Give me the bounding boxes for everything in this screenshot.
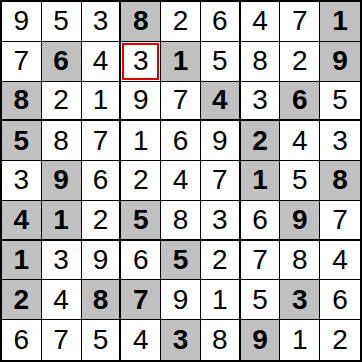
cell-r8c1[interactable]: 2 <box>2 280 42 320</box>
cell-r3c6[interactable]: 4 <box>201 82 241 122</box>
cell-r7c6[interactable]: 2 <box>201 241 241 281</box>
cell-r7c8[interactable]: 8 <box>280 241 320 281</box>
cell-r7c3[interactable]: 9 <box>82 241 122 281</box>
cell-r4c2[interactable]: 8 <box>42 121 82 161</box>
cell-r4c5[interactable]: 6 <box>161 121 201 161</box>
cell-r4c3[interactable]: 7 <box>82 121 122 161</box>
cell-r9c3[interactable]: 5 <box>82 320 122 360</box>
cell-r4c6[interactable]: 9 <box>201 121 241 161</box>
cell-r7c5[interactable]: 5 <box>161 241 201 281</box>
cell-r2c9[interactable]: 9 <box>320 42 360 82</box>
cell-r1c6[interactable]: 6 <box>201 2 241 42</box>
cell-r8c7[interactable]: 5 <box>241 280 281 320</box>
cell-r2c4[interactable]: 3 <box>121 42 161 82</box>
cell-r6c9[interactable]: 7 <box>320 201 360 241</box>
cell-r1c5[interactable]: 2 <box>161 2 201 42</box>
cell-r1c1[interactable]: 9 <box>2 2 42 42</box>
cell-r5c4[interactable]: 2 <box>121 161 161 201</box>
cell-r5c2[interactable]: 9 <box>42 161 82 201</box>
cell-r9c8[interactable]: 1 <box>280 320 320 360</box>
cell-r1c4[interactable]: 8 <box>121 2 161 42</box>
cell-r5c7[interactable]: 1 <box>241 161 281 201</box>
cell-r2c5[interactable]: 1 <box>161 42 201 82</box>
cell-r3c8[interactable]: 6 <box>280 82 320 122</box>
cell-r4c9[interactable]: 3 <box>320 121 360 161</box>
cell-r1c8[interactable]: 7 <box>280 2 320 42</box>
cell-r3c4[interactable]: 9 <box>121 82 161 122</box>
cell-r6c3[interactable]: 2 <box>82 201 122 241</box>
cell-r7c1[interactable]: 1 <box>2 241 42 281</box>
cell-r6c8[interactable]: 9 <box>280 201 320 241</box>
cell-r6c2[interactable]: 1 <box>42 201 82 241</box>
cell-r9c6[interactable]: 8 <box>201 320 241 360</box>
cell-r9c5[interactable]: 3 <box>161 320 201 360</box>
cell-r8c2[interactable]: 4 <box>42 280 82 320</box>
cell-r9c2[interactable]: 7 <box>42 320 82 360</box>
cell-r3c1[interactable]: 8 <box>2 82 42 122</box>
cell-r7c9[interactable]: 4 <box>320 241 360 281</box>
cell-r4c8[interactable]: 4 <box>280 121 320 161</box>
cell-r5c3[interactable]: 6 <box>82 161 122 201</box>
cell-r5c9[interactable]: 8 <box>320 161 360 201</box>
cell-r4c4[interactable]: 1 <box>121 121 161 161</box>
cell-r8c5[interactable]: 9 <box>161 280 201 320</box>
cell-r4c1[interactable]: 5 <box>2 121 42 161</box>
cell-r4c7[interactable]: 2 <box>241 121 281 161</box>
cell-r8c4[interactable]: 7 <box>121 280 161 320</box>
cell-r5c8[interactable]: 5 <box>280 161 320 201</box>
cell-r8c8[interactable]: 3 <box>280 280 320 320</box>
cell-r6c6[interactable]: 3 <box>201 201 241 241</box>
cell-r6c7[interactable]: 6 <box>241 201 281 241</box>
cell-r8c9[interactable]: 6 <box>320 280 360 320</box>
cell-r9c7[interactable]: 9 <box>241 320 281 360</box>
cell-r2c2[interactable]: 6 <box>42 42 82 82</box>
cell-r8c6[interactable]: 1 <box>201 280 241 320</box>
cell-r5c5[interactable]: 4 <box>161 161 201 201</box>
sudoku-board: 9538264717643158298219743655871692433962… <box>0 0 362 362</box>
cell-r3c3[interactable]: 1 <box>82 82 122 122</box>
cell-r9c9[interactable]: 2 <box>320 320 360 360</box>
cell-r6c1[interactable]: 4 <box>2 201 42 241</box>
cell-r3c2[interactable]: 2 <box>42 82 82 122</box>
cell-r7c4[interactable]: 6 <box>121 241 161 281</box>
cell-r6c5[interactable]: 8 <box>161 201 201 241</box>
cell-r2c1[interactable]: 7 <box>2 42 42 82</box>
cell-r8c3[interactable]: 8 <box>82 280 122 320</box>
cell-r1c9[interactable]: 1 <box>320 2 360 42</box>
cell-r2c7[interactable]: 8 <box>241 42 281 82</box>
cell-r6c4[interactable]: 5 <box>121 201 161 241</box>
cell-r5c6[interactable]: 7 <box>201 161 241 201</box>
cell-r7c2[interactable]: 3 <box>42 241 82 281</box>
cell-r3c9[interactable]: 5 <box>320 82 360 122</box>
cell-r1c3[interactable]: 3 <box>82 2 122 42</box>
cell-r1c7[interactable]: 4 <box>241 2 281 42</box>
cell-r1c2[interactable]: 5 <box>42 2 82 42</box>
cell-r2c8[interactable]: 2 <box>280 42 320 82</box>
cell-r3c5[interactable]: 7 <box>161 82 201 122</box>
cell-r2c6[interactable]: 5 <box>201 42 241 82</box>
cell-r2c3[interactable]: 4 <box>82 42 122 82</box>
cell-r5c1[interactable]: 3 <box>2 161 42 201</box>
cell-r9c1[interactable]: 6 <box>2 320 42 360</box>
cell-r7c7[interactable]: 7 <box>241 241 281 281</box>
cell-r3c7[interactable]: 3 <box>241 82 281 122</box>
cell-r9c4[interactable]: 4 <box>121 320 161 360</box>
